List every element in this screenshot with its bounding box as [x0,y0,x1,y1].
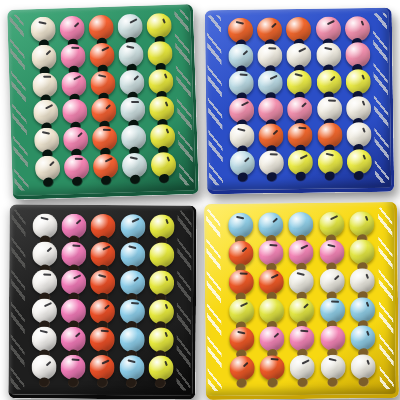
golf-ball-orange [90,355,115,380]
ball-pen-marking [75,333,81,338]
ball-pen-marking [129,18,137,23]
golf-ball-orange [259,269,284,294]
ball-cell [146,354,175,383]
ball-pen-marking [242,247,248,253]
ball-cell [145,39,175,68]
ball-cell [146,326,175,355]
ball-pen-marking [45,104,53,109]
ball-pen-marking [45,50,51,56]
golf-ball-orange [228,270,253,295]
golf-ball-yellow [150,124,176,150]
ball-pen-marking [40,330,48,334]
golf-ball-yellow [149,214,174,239]
ball-cell [117,325,146,354]
ball-cell [343,42,373,69]
golf-ball-orange [91,242,116,267]
golf-ball-yellow [149,271,174,296]
ball-cell [317,324,348,353]
golf-ball-light-blue [122,152,148,178]
golf-ball-pink [258,241,283,266]
golf-ball-yellow [316,70,341,95]
ball-cell [348,295,379,324]
ball-cell [257,325,288,354]
golf-ball-light-blue [229,71,254,96]
ball-cell [316,210,347,239]
golf-ball-light-blue [121,125,147,151]
ball-pen-marking [132,218,140,223]
ball-cell [117,297,146,326]
ball-cell [149,150,179,179]
ball-cell [344,122,374,149]
ball-cell [284,16,314,43]
ball-pen-marking [301,102,307,108]
golf-ball-yellow [259,298,284,323]
golf-ball-white [287,43,312,68]
golf-ball-white [320,355,345,380]
golf-ball-orange [257,17,282,42]
ball-cell [30,240,59,269]
golf-ball-white [289,269,314,294]
ball-cell [146,67,176,96]
tray-slot-cutouts-left [9,14,29,190]
golf-ball-orange [91,98,117,124]
golf-ball-pink [60,44,86,70]
ball-pen-marking [102,359,110,364]
ball-cell [30,325,59,354]
ball-cell [31,98,61,127]
ball-cell [287,324,318,353]
ball-cell [343,15,373,42]
golf-ball-orange [90,70,116,96]
ball-pen-marking [165,304,169,309]
ball-pen-marking [133,75,139,81]
ball-cell [226,325,257,354]
ball-cell [147,297,176,326]
ball-cell [317,238,348,267]
golf-ball-pink [61,298,86,323]
golf-ball-pink [59,16,85,42]
golf-ball-white [35,155,61,181]
ball-pen-marking [271,23,277,29]
golf-ball-light-blue [117,14,143,40]
ball-pen-marking [164,73,168,78]
golf-ball-light-blue [120,270,145,295]
ball-pen-marking [331,300,339,302]
ball-pen-marking [273,130,279,136]
golf-ball-pink [62,242,87,267]
golf-ball-yellow [147,41,173,67]
ball-pen-marking [327,20,335,25]
ball-cell [227,123,257,150]
ball-cell [255,43,285,70]
tray-green [7,4,199,200]
ball-cell [348,353,379,382]
ball-pen-marking [102,246,110,251]
ball-pen-marking [103,129,111,131]
golf-ball-yellow [317,150,342,175]
ball-cell [147,269,176,298]
golf-ball-yellow [146,13,172,39]
golf-ball-white [259,150,284,175]
ball-cell [30,211,59,240]
golf-ball-yellow [149,96,175,122]
ball-pen-marking [327,244,335,248]
golf-ball-pink [290,326,315,351]
ball-cell [257,353,288,382]
ball-pen-marking [165,276,169,281]
ball-pen-marking [361,74,365,79]
ball-pen-marking [302,359,310,364]
ball-pen-marking [362,101,366,106]
ball-cell [88,325,117,354]
ball-cell [60,97,90,126]
ball-cell [315,149,345,176]
ball-cell [256,123,286,150]
ball-cell [147,241,176,270]
golf-ball-white [33,213,58,238]
ball-cell [117,354,146,383]
golf-ball-yellow [229,298,254,323]
golf-ball-white [290,355,315,380]
ball-pen-marking [334,275,340,281]
ball-cell [30,296,59,325]
ball-cell [318,353,349,382]
golf-ball-white [350,268,375,293]
golf-ball-orange [228,17,253,42]
ball-cell [88,297,117,326]
golf-ball-white [32,72,58,98]
ball-pen-marking [239,273,247,275]
ball-pen-marking [360,21,364,26]
ball-cell [33,154,63,183]
golf-ball-white [317,96,342,121]
ball-pen-marking [104,304,110,309]
ball-cell [228,150,258,177]
ball-cell [57,14,87,43]
golf-ball-orange [91,214,116,239]
ball-cell [287,353,318,382]
ball-pen-marking [126,46,134,50]
ball-pen-marking [165,101,169,106]
ball-pen-marking [303,303,309,309]
golf-ball-pink [61,270,86,295]
ball-cell [348,324,379,353]
ball-pen-marking [43,75,51,77]
golf-ball-yellow [345,69,370,94]
ball-pen-marking [328,99,336,101]
golf-ball-light-blue [350,297,375,322]
ball-pen-marking [300,244,308,249]
ball-pen-marking [162,18,166,23]
golf-ball-light-blue [120,299,145,324]
golf-ball-white [32,326,57,351]
ball-cell [60,212,89,241]
golf-ball-pink [229,97,254,122]
ball-pen-marking [75,158,83,160]
golf-ball-light-blue [119,355,144,380]
golf-ball-pink [61,71,87,97]
ball-cell [256,96,286,123]
ball-cell [118,269,147,298]
ball-cell [313,15,343,42]
golf-ball-white [34,127,60,153]
golf-ball-yellow [149,327,174,352]
golf-ball-orange [90,299,115,324]
ball-cell [256,267,287,296]
ball-cell [285,42,315,69]
golf-ball-pink [316,16,341,41]
golf-ball-light-blue [119,327,144,352]
ball-grid-yellow [225,209,379,383]
golf-ball-white [32,355,57,380]
golf-ball-light-blue [230,151,255,176]
golf-ball-yellow [149,242,174,267]
ball-cell [226,43,256,70]
golf-ball-orange [259,124,284,149]
ball-pen-marking [165,219,169,224]
golf-ball-light-blue [228,212,253,237]
golf-ball-white [32,298,57,323]
ball-cell [62,153,92,182]
golf-ball-orange [89,43,115,69]
ball-pen-marking [362,154,366,159]
ball-pen-marking [127,359,135,363]
ball-pen-marking [237,128,245,132]
golf-ball-tray-photo [0,0,400,400]
ball-cell [256,70,286,97]
ball-cell [59,297,88,326]
golf-ball-light-blue [120,214,145,239]
ball-cell [317,296,348,325]
golf-ball-yellow [148,68,174,94]
ball-cell [256,296,287,325]
ball-pen-marking [272,218,278,224]
ball-cell [226,17,256,44]
ball-pen-marking [241,101,249,106]
ball-cell [118,96,148,125]
ball-pen-marking [104,157,112,162]
golf-ball-light-blue [258,70,283,95]
ball-cell [225,239,256,268]
golf-ball-yellow [151,151,177,177]
ball-cell [285,69,315,96]
ball-cell [29,43,59,72]
ball-cell [226,268,257,297]
ball-cell [347,267,378,296]
tray-black [8,204,196,399]
golf-ball-white [351,354,376,379]
ball-pen-marking [105,104,111,110]
golf-ball-orange [93,153,119,179]
ball-pen-marking [299,126,307,128]
golf-ball-yellow [289,298,314,323]
ball-cell [118,240,147,269]
ball-pen-marking [297,273,305,277]
ball-cell [90,124,120,153]
ball-pen-marking [236,21,244,25]
golf-ball-orange [91,270,116,295]
golf-ball-light-blue [119,69,145,95]
ball-pen-marking [367,359,371,364]
ball-pen-marking [270,154,278,156]
ball-pen-marking [366,331,370,336]
tray-slot-cutouts-left [207,15,223,185]
ball-cell [144,12,174,41]
golf-ball-white [229,124,254,149]
ball-pen-marking [44,302,52,307]
golf-ball-pink [61,327,86,352]
ball-pen-marking [130,156,138,160]
ball-cell [226,296,257,325]
ball-cell [59,325,88,354]
ball-pen-marking [271,358,279,360]
ball-pen-marking [46,361,52,366]
ball-pen-marking [73,245,81,248]
golf-ball-orange [92,126,118,152]
ball-cell [59,240,88,269]
golf-ball-white [316,43,341,68]
ball-grid-green [28,12,178,182]
ball-pen-marking [38,21,46,25]
ball-pen-marking [243,361,249,367]
ball-pen-marking [99,274,107,278]
ball-cell [87,41,117,70]
ball-cell [59,268,88,297]
golf-ball-light-blue [120,97,146,123]
ball-pen-marking [76,219,82,224]
golf-ball-pink [345,42,370,67]
golf-ball-orange [229,327,254,352]
golf-ball-white [30,17,56,43]
golf-ball-white [31,44,57,70]
ball-pen-marking [49,161,55,167]
ball-cell [59,70,89,99]
golf-ball-pink [258,97,283,122]
ball-cell [344,148,374,175]
golf-ball-white [33,100,59,126]
golf-ball-yellow [319,211,344,236]
golf-ball-pink [63,126,89,152]
ball-cell [86,14,116,43]
ball-cell [315,95,345,122]
ball-cell [118,212,147,241]
golf-ball-white [32,241,57,266]
ball-cell [88,269,117,298]
ball-cell [88,354,117,383]
ball-pen-marking [298,47,306,52]
ball-cell [286,149,316,176]
ball-cell [29,353,58,382]
ball-cell [61,125,91,154]
ball-pen-marking [77,132,83,138]
golf-ball-light-blue [258,212,283,237]
ball-cell [117,68,147,97]
ball-pen-marking [101,330,109,333]
golf-ball-pink [62,99,88,125]
golf-ball-orange [286,17,311,42]
ball-pen-marking [362,127,366,132]
ball-pen-marking [268,47,276,49]
ball-pen-marking [242,50,248,56]
ball-pen-marking [240,302,248,307]
golf-ball-pink [319,240,344,265]
ball-cell [225,210,256,239]
ball-cell [119,123,149,152]
ball-cell [227,97,257,124]
golf-ball-white [257,44,282,69]
ball-pen-marking [301,329,309,331]
ball-pen-marking [164,361,168,366]
ball-pen-marking [328,358,336,362]
tray-slot-cutouts-right [378,207,394,389]
ball-pen-marking [73,274,81,279]
ball-cell [147,95,177,124]
golf-ball-orange [228,241,253,266]
golf-ball-yellow [287,70,312,95]
golf-ball-yellow [349,211,374,236]
ball-pen-marking [240,74,248,76]
ball-pen-marking [324,46,332,50]
ball-pen-marking [330,215,338,220]
ball-cell [255,210,286,239]
ball-pen-marking [330,75,336,81]
ball-cell [257,150,287,177]
ball-cell [227,354,258,383]
ball-cell [30,71,60,100]
golf-ball-light-blue [118,42,144,68]
ball-cell [32,126,62,155]
ball-cell [314,69,344,96]
ball-pen-marking [42,131,50,135]
ball-cell [314,42,344,69]
ball-pen-marking [366,302,370,307]
tray-slot-cutouts-left [10,209,25,389]
ball-cell [89,240,118,269]
ball-pen-marking [128,245,136,249]
ball-pen-marking [325,153,333,157]
ball-cell [256,239,287,268]
ball-cell [285,96,315,123]
tray-slot-cutouts-left [206,209,222,391]
golf-ball-light-blue [289,212,314,237]
ball-pen-marking [72,358,80,361]
ball-pen-marking [273,332,279,338]
golf-ball-pink [62,213,87,238]
golf-ball-yellow [148,356,173,381]
ball-cell [315,122,345,149]
ball-pen-marking [98,74,106,78]
golf-ball-pink [61,355,86,380]
golf-ball-orange [229,356,254,381]
ball-pen-marking [46,247,52,252]
golf-ball-pink [64,154,90,180]
golf-ball-yellow [347,149,372,174]
ball-pen-marking [71,47,79,49]
golf-ball-white [346,96,371,121]
ball-cell [286,267,317,296]
golf-ball-yellow [350,240,375,265]
golf-ball-pink [287,97,312,122]
ball-cell [286,122,316,149]
ball-cell [89,97,119,126]
ball-cell [120,151,150,180]
ball-pen-marking [101,47,109,52]
ball-cell [344,95,374,122]
ball-pen-marking [41,217,49,221]
ball-pen-marking [134,276,140,281]
ball-pen-marking [270,273,278,278]
golf-ball-orange [288,123,313,148]
